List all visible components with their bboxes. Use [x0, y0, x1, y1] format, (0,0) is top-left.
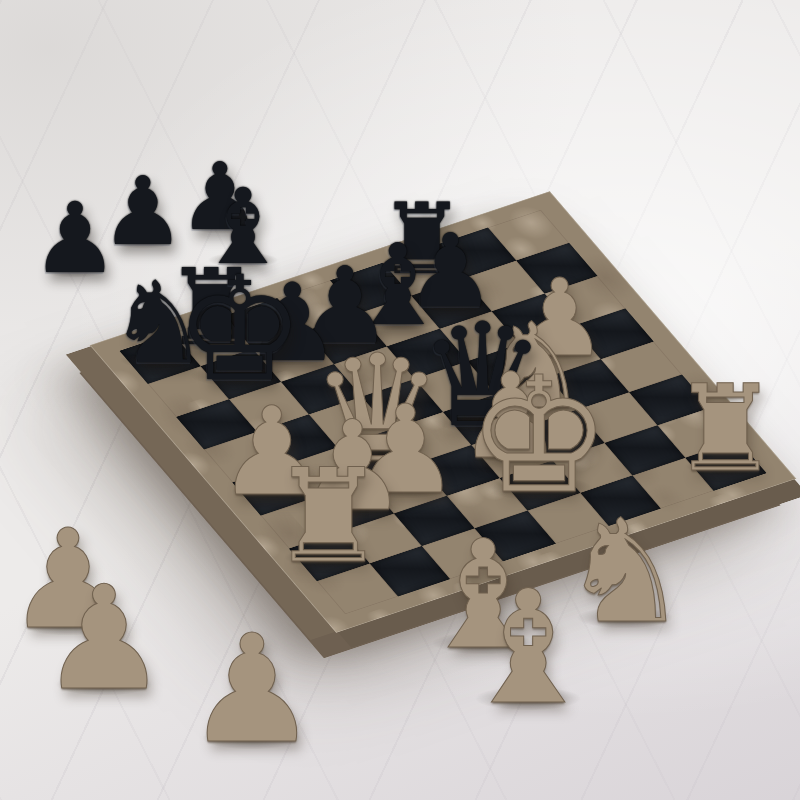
captured-black-pawn[interactable]: ♟ — [31, 190, 119, 288]
chess-photo-scene: ♜♟♝♟♟♛♜♚♞♜♟♞♚♟♛♟♟♟♜♟♟♟♝♟♟♟♝♝♞ — [0, 0, 800, 800]
captured-grey-pawn[interactable]: ♟ — [185, 615, 319, 764]
piece-grey-rook-h8[interactable]: ♜ — [672, 369, 779, 489]
piece-black-king-b2[interactable]: ♚ — [175, 257, 304, 401]
piece-grey-rook-g1[interactable]: ♜ — [270, 452, 386, 582]
captured-grey-pawn[interactable]: ♟ — [40, 567, 169, 711]
captured-grey-bishop[interactable]: ♝ — [458, 570, 598, 727]
